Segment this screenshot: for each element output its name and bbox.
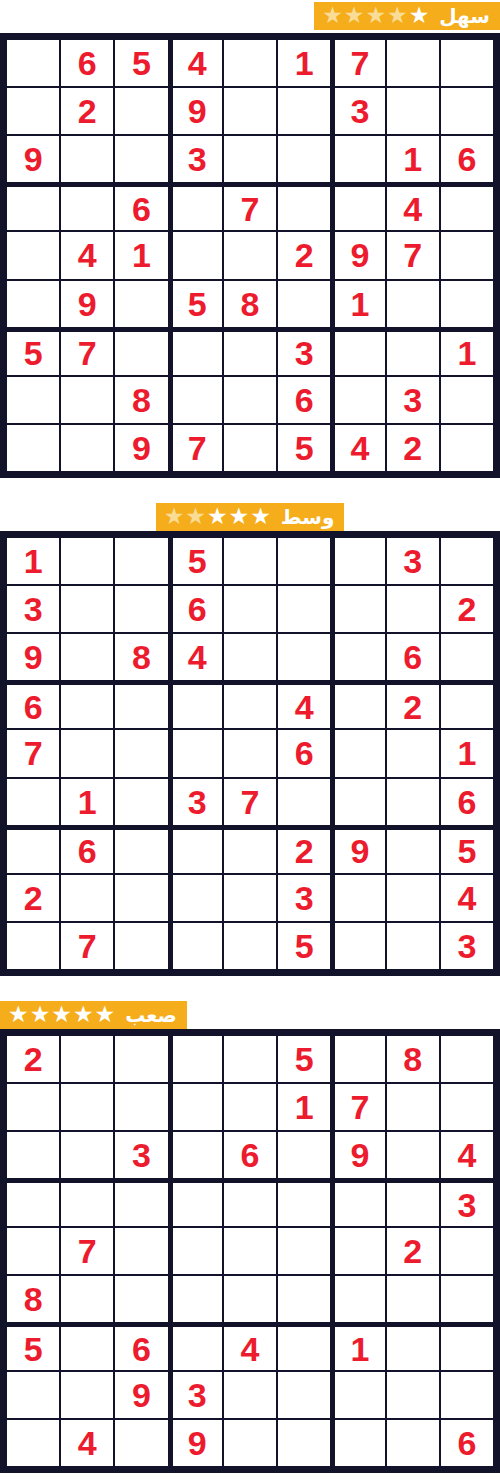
given-cell[interactable]: 6	[7, 682, 59, 728]
empty-cell[interactable]	[170, 184, 222, 230]
empty-cell[interactable]	[224, 682, 276, 728]
empty-cell[interactable]	[170, 377, 222, 423]
empty-cell[interactable]	[387, 1324, 439, 1370]
given-cell[interactable]: 9	[7, 136, 59, 182]
empty-cell[interactable]	[387, 40, 439, 86]
empty-cell[interactable]	[170, 1228, 222, 1274]
empty-cell[interactable]	[332, 1372, 384, 1418]
empty-cell[interactable]	[61, 586, 113, 632]
empty-cell[interactable]	[441, 1276, 493, 1322]
empty-cell[interactable]	[332, 1276, 384, 1322]
given-cell[interactable]: 1	[115, 232, 167, 278]
empty-cell[interactable]	[7, 923, 59, 969]
given-cell[interactable]: 6	[278, 730, 330, 776]
empty-cell[interactable]	[387, 281, 439, 327]
given-cell[interactable]: 3	[7, 586, 59, 632]
given-cell[interactable]: 5	[278, 1036, 330, 1082]
empty-cell[interactable]	[332, 1036, 384, 1082]
difficulty-label: سهل	[439, 6, 490, 26]
empty-cell[interactable]	[224, 1228, 276, 1274]
sudoku-page: ★★★★★ سهل 654172939316674412979581573186…	[0, 2, 500, 1473]
given-cell[interactable]: 2	[278, 232, 330, 278]
empty-cell[interactable]	[441, 538, 493, 584]
banner-row-medium: ★★★★★ وسط	[0, 503, 500, 531]
empty-cell[interactable]	[7, 281, 59, 327]
empty-cell[interactable]	[115, 827, 167, 873]
empty-cell[interactable]	[61, 1372, 113, 1418]
given-cell[interactable]: 6	[278, 377, 330, 423]
star-filled-icon: ★	[30, 1003, 52, 1026]
empty-cell[interactable]	[332, 538, 384, 584]
empty-cell[interactable]	[7, 425, 59, 471]
empty-cell[interactable]	[224, 1180, 276, 1226]
empty-cell[interactable]	[61, 1180, 113, 1226]
empty-cell[interactable]	[61, 1132, 113, 1178]
star-rating: ★★★★★	[322, 4, 430, 27]
sudoku-board-medium: 153362984664276113766295234753	[0, 531, 500, 976]
empty-cell[interactable]	[387, 827, 439, 873]
empty-cell[interactable]	[224, 377, 276, 423]
empty-cell[interactable]	[61, 730, 113, 776]
empty-cell[interactable]	[224, 136, 276, 182]
empty-cell[interactable]	[332, 730, 384, 776]
given-cell[interactable]: 4	[170, 634, 222, 680]
empty-cell[interactable]	[332, 377, 384, 423]
given-cell[interactable]: 9	[61, 281, 113, 327]
empty-cell[interactable]	[278, 1180, 330, 1226]
given-cell[interactable]: 5	[7, 329, 59, 375]
empty-cell[interactable]	[7, 1420, 59, 1466]
empty-cell[interactable]	[278, 1276, 330, 1322]
given-cell[interactable]: 8	[115, 634, 167, 680]
empty-cell[interactable]	[387, 1132, 439, 1178]
difficulty-banner-hard: ★★★★★ صعب	[0, 1001, 187, 1029]
given-cell[interactable]: 3	[387, 538, 439, 584]
given-cell[interactable]: 3	[278, 875, 330, 921]
given-cell[interactable]: 2	[387, 1228, 439, 1274]
empty-cell[interactable]	[387, 1420, 439, 1466]
sudoku-board-easy: 654172939316674412979581573186397542	[0, 33, 500, 478]
empty-cell[interactable]	[115, 730, 167, 776]
empty-cell[interactable]	[115, 538, 167, 584]
empty-cell[interactable]	[115, 136, 167, 182]
empty-cell[interactable]	[170, 875, 222, 921]
given-cell[interactable]: 2	[278, 827, 330, 873]
star-unfilled-icon: ★	[387, 4, 409, 27]
empty-cell[interactable]	[224, 88, 276, 134]
empty-cell[interactable]	[332, 875, 384, 921]
empty-cell[interactable]	[170, 232, 222, 278]
empty-cell[interactable]	[224, 1372, 276, 1418]
empty-cell[interactable]	[332, 682, 384, 728]
empty-cell[interactable]	[441, 232, 493, 278]
empty-cell[interactable]	[387, 1372, 439, 1418]
given-cell[interactable]: 5	[278, 923, 330, 969]
empty-cell[interactable]	[278, 779, 330, 825]
difficulty-banner-easy: ★★★★★ سهل	[314, 2, 500, 30]
given-cell[interactable]: 3	[441, 923, 493, 969]
empty-cell[interactable]	[7, 88, 59, 134]
given-cell[interactable]: 1	[278, 40, 330, 86]
puzzle-hard: ★★★★★ صعب 2581736943728564193496	[0, 1001, 500, 1473]
given-cell[interactable]: 4	[278, 682, 330, 728]
given-cell[interactable]: 7	[61, 923, 113, 969]
empty-cell[interactable]	[7, 232, 59, 278]
empty-cell[interactable]	[7, 1132, 59, 1178]
empty-cell[interactable]	[61, 682, 113, 728]
given-cell[interactable]: 6	[387, 634, 439, 680]
star-unfilled-icon: ★	[344, 4, 366, 27]
star-filled-icon: ★	[409, 4, 431, 27]
empty-cell[interactable]	[170, 827, 222, 873]
star-filled-icon: ★	[8, 1003, 30, 1026]
difficulty-label: وسط	[281, 507, 335, 527]
given-cell[interactable]: 7	[387, 232, 439, 278]
empty-cell[interactable]	[278, 184, 330, 230]
given-cell[interactable]: 6	[441, 779, 493, 825]
given-cell[interactable]: 1	[387, 136, 439, 182]
star-filled-icon: ★	[95, 1003, 117, 1026]
star-filled-icon: ★	[73, 1003, 95, 1026]
empty-cell[interactable]	[387, 923, 439, 969]
empty-cell[interactable]	[61, 377, 113, 423]
empty-cell[interactable]	[170, 1132, 222, 1178]
empty-cell[interactable]	[278, 136, 330, 182]
empty-cell[interactable]	[278, 1420, 330, 1466]
given-cell[interactable]: 2	[387, 425, 439, 471]
empty-cell[interactable]	[332, 1228, 384, 1274]
empty-cell[interactable]	[224, 1036, 276, 1082]
empty-cell[interactable]	[441, 1228, 493, 1274]
empty-cell[interactable]	[61, 184, 113, 230]
given-cell[interactable]: 2	[61, 88, 113, 134]
difficulty-banner-medium: ★★★★★ وسط	[156, 503, 345, 531]
empty-cell[interactable]	[441, 1084, 493, 1130]
empty-cell[interactable]	[278, 1228, 330, 1274]
banner-row-easy: ★★★★★ سهل	[0, 2, 500, 30]
given-cell[interactable]: 5	[7, 1324, 59, 1370]
given-cell[interactable]: 7	[61, 329, 113, 375]
empty-cell[interactable]	[115, 875, 167, 921]
given-cell[interactable]: 6	[224, 1132, 276, 1178]
empty-cell[interactable]	[115, 88, 167, 134]
given-cell[interactable]: 8	[115, 377, 167, 423]
empty-cell[interactable]	[224, 1420, 276, 1466]
given-cell[interactable]: 3	[332, 88, 384, 134]
empty-cell[interactable]	[441, 40, 493, 86]
given-cell[interactable]: 1	[441, 730, 493, 776]
empty-cell[interactable]	[61, 634, 113, 680]
given-cell[interactable]: 6	[61, 40, 113, 86]
given-cell[interactable]: 4	[332, 425, 384, 471]
given-cell[interactable]: 6	[441, 1420, 493, 1466]
given-cell[interactable]: 2	[7, 1036, 59, 1082]
empty-cell[interactable]	[224, 425, 276, 471]
given-cell[interactable]: 1	[332, 1324, 384, 1370]
empty-cell[interactable]	[61, 1084, 113, 1130]
given-cell[interactable]: 2	[387, 682, 439, 728]
given-cell[interactable]: 6	[115, 184, 167, 230]
star-unfilled-icon: ★	[322, 4, 344, 27]
given-cell[interactable]: 3	[441, 1180, 493, 1226]
given-cell[interactable]: 7	[332, 40, 384, 86]
given-cell[interactable]: 6	[115, 1324, 167, 1370]
difficulty-label: صعب	[125, 1005, 177, 1025]
empty-cell[interactable]	[115, 682, 167, 728]
empty-cell[interactable]	[170, 329, 222, 375]
empty-cell[interactable]	[170, 1324, 222, 1370]
empty-cell[interactable]	[332, 329, 384, 375]
empty-cell[interactable]	[224, 329, 276, 375]
empty-cell[interactable]	[224, 40, 276, 86]
given-cell[interactable]: 5	[170, 281, 222, 327]
empty-cell[interactable]	[441, 184, 493, 230]
empty-cell[interactable]	[332, 1420, 384, 1466]
empty-cell[interactable]	[7, 1084, 59, 1130]
given-cell[interactable]: 2	[7, 875, 59, 921]
empty-cell[interactable]	[278, 1132, 330, 1178]
star-filled-icon: ★	[51, 1003, 73, 1026]
empty-cell[interactable]	[7, 1372, 59, 1418]
given-cell[interactable]: 1	[61, 779, 113, 825]
empty-cell[interactable]	[224, 875, 276, 921]
given-cell[interactable]: 6	[61, 827, 113, 873]
empty-cell[interactable]	[387, 875, 439, 921]
empty-cell[interactable]	[278, 538, 330, 584]
given-cell[interactable]: 4	[61, 1420, 113, 1466]
empty-cell[interactable]	[115, 281, 167, 327]
empty-cell[interactable]	[224, 730, 276, 776]
empty-cell[interactable]	[7, 1180, 59, 1226]
empty-cell[interactable]	[387, 586, 439, 632]
empty-cell[interactable]	[441, 634, 493, 680]
given-cell[interactable]: 9	[170, 1420, 222, 1466]
empty-cell[interactable]	[7, 184, 59, 230]
given-cell[interactable]: 8	[224, 281, 276, 327]
empty-cell[interactable]	[61, 1036, 113, 1082]
star-filled-icon: ★	[250, 505, 272, 528]
empty-cell[interactable]	[115, 1084, 167, 1130]
empty-cell[interactable]	[278, 1372, 330, 1418]
given-cell[interactable]: 8	[387, 1036, 439, 1082]
empty-cell[interactable]	[170, 1180, 222, 1226]
given-cell[interactable]: 3	[278, 329, 330, 375]
empty-cell[interactable]	[61, 1276, 113, 1322]
empty-cell[interactable]	[170, 923, 222, 969]
empty-cell[interactable]	[387, 1180, 439, 1226]
empty-cell[interactable]	[224, 923, 276, 969]
given-cell[interactable]: 2	[441, 586, 493, 632]
given-cell[interactable]: 6	[170, 586, 222, 632]
given-cell[interactable]: 7	[224, 779, 276, 825]
star-unfilled-icon: ★	[365, 4, 387, 27]
empty-cell[interactable]	[387, 1084, 439, 1130]
empty-cell[interactable]	[115, 1276, 167, 1322]
empty-cell[interactable]	[115, 329, 167, 375]
empty-cell[interactable]	[115, 1228, 167, 1274]
empty-cell[interactable]	[224, 1084, 276, 1130]
empty-cell[interactable]	[387, 730, 439, 776]
empty-cell[interactable]	[224, 538, 276, 584]
empty-cell[interactable]	[224, 1276, 276, 1322]
empty-cell[interactable]	[332, 184, 384, 230]
given-cell[interactable]: 4	[441, 1132, 493, 1178]
empty-cell[interactable]	[278, 586, 330, 632]
empty-cell[interactable]	[170, 1036, 222, 1082]
empty-cell[interactable]	[170, 682, 222, 728]
given-cell[interactable]: 3	[115, 1132, 167, 1178]
empty-cell[interactable]	[224, 827, 276, 873]
empty-cell[interactable]	[332, 586, 384, 632]
star-filled-icon: ★	[207, 505, 229, 528]
given-cell[interactable]: 1	[7, 538, 59, 584]
given-cell[interactable]: 5	[441, 827, 493, 873]
star-filled-icon: ★	[229, 505, 251, 528]
given-cell[interactable]: 4	[61, 232, 113, 278]
given-cell[interactable]: 5	[170, 538, 222, 584]
empty-cell[interactable]	[115, 1180, 167, 1226]
star-unfilled-icon: ★	[164, 505, 186, 528]
given-cell[interactable]: 3	[170, 1372, 222, 1418]
empty-cell[interactable]	[7, 1228, 59, 1274]
given-cell[interactable]: 5	[278, 425, 330, 471]
given-cell[interactable]: 4	[441, 875, 493, 921]
given-cell[interactable]: 9	[115, 1372, 167, 1418]
empty-cell[interactable]	[332, 779, 384, 825]
empty-cell[interactable]	[61, 875, 113, 921]
star-rating: ★★★★★	[8, 1003, 116, 1026]
empty-cell[interactable]	[7, 40, 59, 86]
empty-cell[interactable]	[278, 281, 330, 327]
empty-cell[interactable]	[7, 827, 59, 873]
given-cell[interactable]: 3	[387, 377, 439, 423]
given-cell[interactable]: 9	[332, 1132, 384, 1178]
given-cell[interactable]: 9	[332, 827, 384, 873]
given-cell[interactable]: 7	[332, 1084, 384, 1130]
sudoku-board-hard: 2581736943728564193496	[0, 1029, 500, 1473]
empty-cell[interactable]	[115, 1036, 167, 1082]
given-cell[interactable]: 8	[7, 1276, 59, 1322]
given-cell[interactable]: 5	[115, 40, 167, 86]
empty-cell[interactable]	[170, 1084, 222, 1130]
given-cell[interactable]: 7	[224, 184, 276, 230]
empty-cell[interactable]	[441, 281, 493, 327]
given-cell[interactable]: 9	[332, 232, 384, 278]
given-cell[interactable]: 9	[170, 88, 222, 134]
empty-cell[interactable]	[278, 88, 330, 134]
given-cell[interactable]: 1	[332, 281, 384, 327]
empty-cell[interactable]	[278, 634, 330, 680]
given-cell[interactable]: 7	[170, 425, 222, 471]
empty-cell[interactable]	[441, 88, 493, 134]
empty-cell[interactable]	[387, 329, 439, 375]
empty-cell[interactable]	[387, 779, 439, 825]
given-cell[interactable]: 3	[170, 779, 222, 825]
empty-cell[interactable]	[115, 779, 167, 825]
given-cell[interactable]: 7	[7, 730, 59, 776]
empty-cell[interactable]	[61, 538, 113, 584]
empty-cell[interactable]	[387, 1276, 439, 1322]
given-cell[interactable]: 3	[170, 136, 222, 182]
empty-cell[interactable]	[170, 730, 222, 776]
given-cell[interactable]: 4	[170, 40, 222, 86]
empty-cell[interactable]	[332, 634, 384, 680]
empty-cell[interactable]	[61, 425, 113, 471]
given-cell[interactable]: 9	[7, 634, 59, 680]
puzzle-easy: ★★★★★ سهل 654172939316674412979581573186…	[0, 2, 500, 478]
empty-cell[interactable]	[61, 136, 113, 182]
empty-cell[interactable]	[115, 923, 167, 969]
empty-cell[interactable]	[7, 377, 59, 423]
empty-cell[interactable]	[441, 1324, 493, 1370]
empty-cell[interactable]	[332, 1180, 384, 1226]
empty-cell[interactable]	[332, 923, 384, 969]
empty-cell[interactable]	[387, 88, 439, 134]
empty-cell[interactable]	[441, 425, 493, 471]
empty-cell[interactable]	[441, 1036, 493, 1082]
given-cell[interactable]: 4	[224, 1324, 276, 1370]
empty-cell[interactable]	[441, 377, 493, 423]
empty-cell[interactable]	[115, 586, 167, 632]
given-cell[interactable]: 9	[115, 425, 167, 471]
empty-cell[interactable]	[7, 779, 59, 825]
empty-cell[interactable]	[224, 634, 276, 680]
star-unfilled-icon: ★	[185, 505, 207, 528]
empty-cell[interactable]	[278, 1324, 330, 1370]
empty-cell[interactable]	[170, 1276, 222, 1322]
empty-cell[interactable]	[224, 232, 276, 278]
empty-cell[interactable]	[61, 1324, 113, 1370]
empty-cell[interactable]	[115, 1420, 167, 1466]
puzzle-medium: ★★★★★ وسط 153362984664276113766295234753	[0, 503, 500, 976]
empty-cell[interactable]	[332, 136, 384, 182]
empty-cell[interactable]	[441, 1372, 493, 1418]
given-cell[interactable]: 1	[441, 329, 493, 375]
banner-row-hard: ★★★★★ صعب	[0, 1001, 500, 1029]
empty-cell[interactable]	[224, 586, 276, 632]
empty-cell[interactable]	[441, 682, 493, 728]
star-rating: ★★★★★	[164, 505, 272, 528]
given-cell[interactable]: 6	[441, 136, 493, 182]
given-cell[interactable]: 1	[278, 1084, 330, 1130]
given-cell[interactable]: 7	[61, 1228, 113, 1274]
given-cell[interactable]: 4	[387, 184, 439, 230]
